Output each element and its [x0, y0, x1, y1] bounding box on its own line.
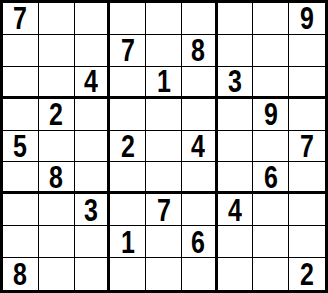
given-digit: 7: [121, 35, 135, 66]
cell-r3c9[interactable]: [289, 67, 325, 99]
given-digit: 8: [49, 162, 63, 192]
cell-r1c2[interactable]: [39, 3, 75, 35]
cell-r7c4[interactable]: [110, 194, 146, 226]
cell-r2c2[interactable]: [39, 35, 75, 67]
cell-r3c8[interactable]: [253, 67, 289, 99]
cell-r6c8[interactable]: 6: [253, 162, 289, 194]
cell-r7c7[interactable]: 4: [218, 194, 254, 226]
cell-r8c4[interactable]: 1: [110, 226, 146, 258]
cell-r4c5[interactable]: [146, 99, 182, 131]
cell-r1c6[interactable]: [182, 3, 218, 35]
cell-r5c8[interactable]: [253, 131, 289, 163]
cell-r6c9[interactable]: [289, 162, 325, 194]
cell-r3c6[interactable]: [182, 67, 218, 99]
cell-r3c5[interactable]: 1: [146, 67, 182, 99]
cell-r3c2[interactable]: [39, 67, 75, 99]
cell-r6c5[interactable]: [146, 162, 182, 194]
given-digit: 9: [264, 99, 278, 130]
cell-r6c4[interactable]: [110, 162, 146, 194]
given-digit: 6: [191, 226, 205, 257]
given-digit: 2: [49, 99, 63, 130]
cell-r4c2[interactable]: 2: [39, 99, 75, 131]
cell-r1c8[interactable]: [253, 3, 289, 35]
cell-r4c9[interactable]: [289, 99, 325, 131]
cell-r3c7[interactable]: 3: [218, 67, 254, 99]
cell-r6c6[interactable]: [182, 162, 218, 194]
cell-r4c8[interactable]: 9: [253, 99, 289, 131]
given-digit: 2: [121, 131, 135, 162]
cell-r1c4[interactable]: [110, 3, 146, 35]
cell-r8c3[interactable]: [75, 226, 111, 258]
cell-r8c6[interactable]: 6: [182, 226, 218, 258]
given-digit: 4: [191, 131, 205, 162]
cell-r3c1[interactable]: [3, 67, 39, 99]
cell-r7c9[interactable]: [289, 194, 325, 226]
cell-r5c6[interactable]: 4: [182, 131, 218, 163]
cell-r9c3[interactable]: [75, 258, 111, 290]
cell-r2c9[interactable]: [289, 35, 325, 67]
given-digit: 8: [13, 258, 27, 290]
cell-r7c5[interactable]: 7: [146, 194, 182, 226]
cell-r9c7[interactable]: [218, 258, 254, 290]
given-digit: 8: [191, 35, 205, 66]
given-digit: 5: [13, 131, 27, 162]
cell-r5c7[interactable]: [218, 131, 254, 163]
cell-r9c4[interactable]: [110, 258, 146, 290]
cell-r4c6[interactable]: [182, 99, 218, 131]
cell-r6c3[interactable]: [75, 162, 111, 194]
cell-r3c4[interactable]: [110, 67, 146, 99]
given-digit: 4: [84, 67, 98, 97]
cell-r5c1[interactable]: 5: [3, 131, 39, 163]
cell-r2c8[interactable]: [253, 35, 289, 67]
cell-r8c7[interactable]: [218, 226, 254, 258]
cell-r1c3[interactable]: [75, 3, 111, 35]
cell-r5c3[interactable]: [75, 131, 111, 163]
cell-r7c1[interactable]: [3, 194, 39, 226]
cell-r4c7[interactable]: [218, 99, 254, 131]
cell-r2c5[interactable]: [146, 35, 182, 67]
cell-r9c9[interactable]: 2: [289, 258, 325, 290]
cell-r4c4[interactable]: [110, 99, 146, 131]
given-digit: 7: [157, 194, 171, 225]
cell-r7c3[interactable]: 3: [75, 194, 111, 226]
cell-r6c2[interactable]: 8: [39, 162, 75, 194]
given-digit: 3: [84, 194, 98, 225]
given-digit: 1: [157, 67, 171, 97]
sudoku-board: 7978413295247863741682: [0, 0, 328, 293]
cell-r2c6[interactable]: 8: [182, 35, 218, 67]
cell-r1c7[interactable]: [218, 3, 254, 35]
cell-r3c3[interactable]: 4: [75, 67, 111, 99]
cell-r1c1[interactable]: 7: [3, 3, 39, 35]
cell-r8c2[interactable]: [39, 226, 75, 258]
cell-r7c8[interactable]: [253, 194, 289, 226]
given-digit: 2: [300, 258, 314, 290]
cell-r5c9[interactable]: 7: [289, 131, 325, 163]
cell-r6c1[interactable]: [3, 162, 39, 194]
cell-r2c4[interactable]: 7: [110, 35, 146, 67]
cell-r7c6[interactable]: [182, 194, 218, 226]
cell-r2c7[interactable]: [218, 35, 254, 67]
cell-r8c9[interactable]: [289, 226, 325, 258]
cell-r5c4[interactable]: 2: [110, 131, 146, 163]
cell-r8c1[interactable]: [3, 226, 39, 258]
cell-r4c3[interactable]: [75, 99, 111, 131]
cell-r5c5[interactable]: [146, 131, 182, 163]
given-digit: 1: [121, 226, 135, 257]
cell-r8c5[interactable]: [146, 226, 182, 258]
cell-r8c8[interactable]: [253, 226, 289, 258]
cell-r9c8[interactable]: [253, 258, 289, 290]
cell-r1c9[interactable]: 9: [289, 3, 325, 35]
given-digit: 9: [300, 3, 314, 34]
given-digit: 3: [228, 67, 242, 97]
cell-r7c2[interactable]: [39, 194, 75, 226]
cell-r2c1[interactable]: [3, 35, 39, 67]
cell-r1c5[interactable]: [146, 3, 182, 35]
cell-r2c3[interactable]: [75, 35, 111, 67]
cell-r9c1[interactable]: 8: [3, 258, 39, 290]
given-digit: 4: [228, 194, 242, 225]
cell-r9c5[interactable]: [146, 258, 182, 290]
cell-r6c7[interactable]: [218, 162, 254, 194]
cell-r4c1[interactable]: [3, 99, 39, 131]
cell-r9c2[interactable]: [39, 258, 75, 290]
given-digit: 6: [264, 162, 278, 192]
given-digit: 7: [300, 131, 314, 162]
given-digit: 7: [13, 3, 27, 34]
cell-r5c2[interactable]: [39, 131, 75, 163]
cell-r9c6[interactable]: [182, 258, 218, 290]
